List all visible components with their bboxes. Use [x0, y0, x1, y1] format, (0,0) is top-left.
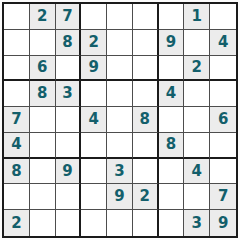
cell-r6c8[interactable] — [184, 133, 210, 159]
cell-r3c1[interactable] — [4, 56, 30, 82]
cell-r8c9: 7 — [210, 184, 236, 210]
cell-r2c7: 9 — [159, 30, 185, 56]
cell-r6c3[interactable] — [56, 133, 82, 159]
cell-r9c9: 9 — [210, 210, 236, 236]
cell-r7c7[interactable] — [159, 159, 185, 185]
cell-r8c8[interactable] — [184, 184, 210, 210]
cell-r8c4[interactable] — [81, 184, 107, 210]
cell-r6c6[interactable] — [133, 133, 159, 159]
cell-r3c6[interactable] — [133, 56, 159, 82]
cell-r4c7: 4 — [159, 81, 185, 107]
cell-r5c2[interactable] — [30, 107, 56, 133]
cell-r5c6: 8 — [133, 107, 159, 133]
cell-r4c4[interactable] — [81, 81, 107, 107]
cell-r4c5[interactable] — [107, 81, 133, 107]
cell-r6c1: 4 — [4, 133, 30, 159]
cell-r2c3: 8 — [56, 30, 82, 56]
sudoku-board: 27182946928347486488934927239 — [2, 2, 238, 238]
cell-r8c6: 2 — [133, 184, 159, 210]
cell-r3c2: 6 — [30, 56, 56, 82]
cell-r1c8: 1 — [184, 4, 210, 30]
cell-r9c6[interactable] — [133, 210, 159, 236]
cell-r5c7[interactable] — [159, 107, 185, 133]
cell-r8c3[interactable] — [56, 184, 82, 210]
cell-r9c2[interactable] — [30, 210, 56, 236]
page: { "game": "sudoku", "grid_size": "9x9", … — [0, 0, 240, 240]
cell-r9c3[interactable] — [56, 210, 82, 236]
cell-r2c9: 4 — [210, 30, 236, 56]
cell-r1c5[interactable] — [107, 4, 133, 30]
cell-r3c3[interactable] — [56, 56, 82, 82]
cell-r8c7[interactable] — [159, 184, 185, 210]
cell-r2c5[interactable] — [107, 30, 133, 56]
cell-r2c1[interactable] — [4, 30, 30, 56]
cell-r1c2: 2 — [30, 4, 56, 30]
cell-r9c7[interactable] — [159, 210, 185, 236]
cell-r2c6[interactable] — [133, 30, 159, 56]
cell-r7c9[interactable] — [210, 159, 236, 185]
cell-r3c4: 9 — [81, 56, 107, 82]
cell-r6c4[interactable] — [81, 133, 107, 159]
cell-r5c1: 7 — [4, 107, 30, 133]
cell-r6c7: 8 — [159, 133, 185, 159]
cell-r9c5[interactable] — [107, 210, 133, 236]
cell-r5c5[interactable] — [107, 107, 133, 133]
cell-r2c4: 2 — [81, 30, 107, 56]
cell-r1c9[interactable] — [210, 4, 236, 30]
cell-r9c1: 2 — [4, 210, 30, 236]
cell-r5c9: 6 — [210, 107, 236, 133]
cell-r1c7[interactable] — [159, 4, 185, 30]
cell-r8c1[interactable] — [4, 184, 30, 210]
cell-r7c4[interactable] — [81, 159, 107, 185]
cell-r3c7[interactable] — [159, 56, 185, 82]
cell-r8c5: 9 — [107, 184, 133, 210]
cell-r6c5[interactable] — [107, 133, 133, 159]
cell-r3c8: 2 — [184, 56, 210, 82]
cell-r5c3[interactable] — [56, 107, 82, 133]
cell-r6c2[interactable] — [30, 133, 56, 159]
cell-r9c8: 3 — [184, 210, 210, 236]
cell-r7c6[interactable] — [133, 159, 159, 185]
cell-r1c6[interactable] — [133, 4, 159, 30]
cell-r3c5[interactable] — [107, 56, 133, 82]
cell-r9c4[interactable] — [81, 210, 107, 236]
sudoku-grid: 27182946928347486488934927239 — [4, 4, 236, 236]
cell-r5c4: 4 — [81, 107, 107, 133]
cell-r4c8[interactable] — [184, 81, 210, 107]
cell-r1c1[interactable] — [4, 4, 30, 30]
cell-r7c2[interactable] — [30, 159, 56, 185]
cell-r2c8[interactable] — [184, 30, 210, 56]
cell-r8c2[interactable] — [30, 184, 56, 210]
cell-r5c8[interactable] — [184, 107, 210, 133]
cell-r1c4[interactable] — [81, 4, 107, 30]
cell-r6c9[interactable] — [210, 133, 236, 159]
cell-r7c1: 8 — [4, 159, 30, 185]
cell-r4c2: 8 — [30, 81, 56, 107]
cell-r4c6[interactable] — [133, 81, 159, 107]
cell-r4c9[interactable] — [210, 81, 236, 107]
cell-r1c3: 7 — [56, 4, 82, 30]
cell-r7c5: 3 — [107, 159, 133, 185]
cell-r7c8: 4 — [184, 159, 210, 185]
cell-r4c1[interactable] — [4, 81, 30, 107]
cell-r3c9[interactable] — [210, 56, 236, 82]
cell-r4c3: 3 — [56, 81, 82, 107]
cell-r7c3: 9 — [56, 159, 82, 185]
cell-r2c2[interactable] — [30, 30, 56, 56]
